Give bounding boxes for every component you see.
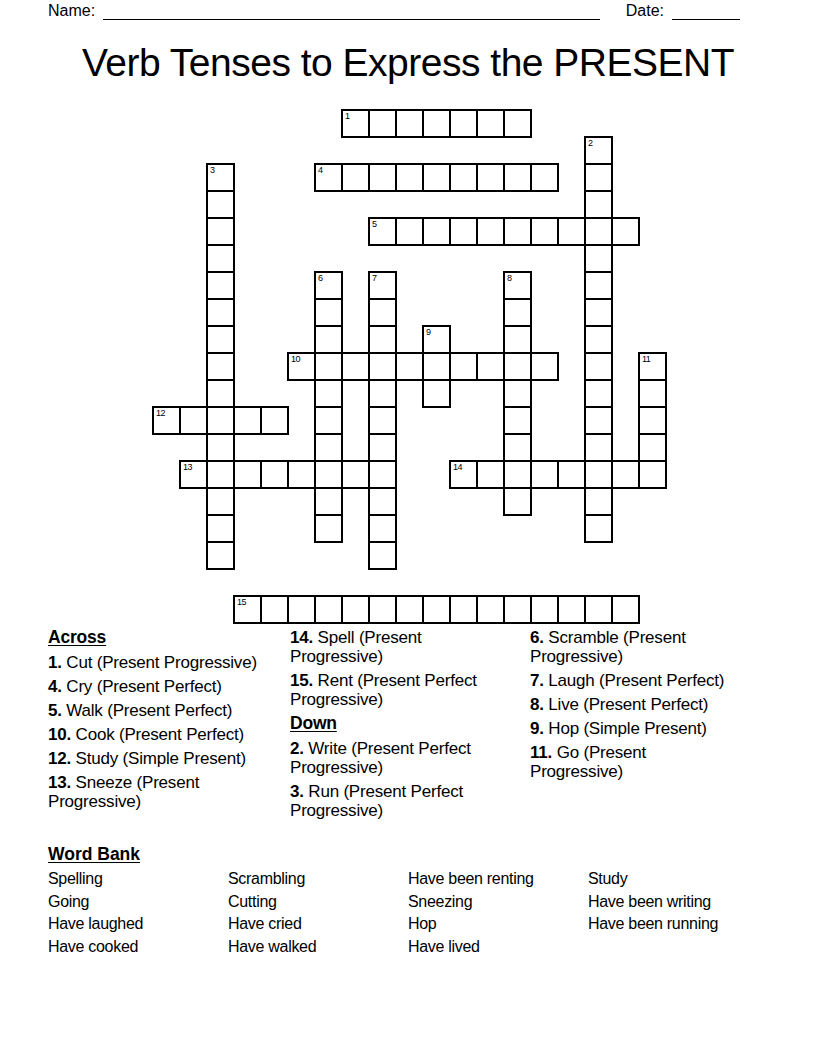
grid-cell[interactable] — [584, 325, 613, 354]
clue-down-7: 7. Laugh (Present Perfect) — [530, 671, 733, 690]
clue-number: 8 — [507, 274, 512, 283]
grid-cell[interactable] — [395, 109, 424, 138]
grid-cell[interactable] — [530, 595, 559, 624]
grid-cell[interactable] — [341, 460, 370, 489]
grid-cell[interactable] — [503, 109, 532, 138]
grid-cell[interactable] — [368, 379, 397, 408]
grid-cell[interactable] — [206, 460, 235, 489]
grid-cell[interactable] — [503, 379, 532, 408]
grid-cell[interactable] — [503, 460, 532, 489]
grid-cell[interactable]: 5 — [368, 217, 397, 246]
grid-cell[interactable] — [368, 433, 397, 462]
grid-cell[interactable] — [395, 217, 424, 246]
grid-cell[interactable] — [287, 595, 316, 624]
grid-cell[interactable] — [233, 460, 262, 489]
grid-cell[interactable] — [368, 109, 397, 138]
grid-cell[interactable] — [584, 514, 613, 543]
word-bank-word: Have cooked — [48, 936, 226, 959]
grid-cell[interactable] — [476, 109, 505, 138]
clue-across-14: 14. Spell (Present Progressive) — [290, 628, 508, 666]
grid-cell[interactable] — [584, 163, 613, 192]
grid-cell[interactable]: 12 — [152, 406, 181, 435]
grid-cell[interactable] — [314, 352, 343, 381]
grid-cell[interactable] — [368, 541, 397, 570]
grid-cell[interactable] — [395, 163, 424, 192]
grid-cell[interactable] — [206, 379, 235, 408]
grid-cell[interactable] — [314, 487, 343, 516]
worksheet-page: { "game": "crossword", "title": "Verb Te… — [0, 0, 816, 1056]
grid-cell[interactable] — [584, 595, 613, 624]
grid-cell[interactable] — [422, 352, 451, 381]
down-header: Down — [290, 714, 508, 733]
word-bank-header: Word Bank — [48, 844, 140, 865]
grid-cell[interactable]: 8 — [503, 271, 532, 300]
grid-cell[interactable] — [584, 487, 613, 516]
grid-cell[interactable] — [449, 595, 478, 624]
grid-cell[interactable] — [476, 352, 505, 381]
grid-cell[interactable] — [206, 271, 235, 300]
grid-cell[interactable] — [476, 595, 505, 624]
grid-cell[interactable] — [395, 352, 424, 381]
grid-cell[interactable]: 10 — [287, 352, 316, 381]
word-bank-word: Spelling — [48, 868, 226, 891]
grid-cell[interactable] — [368, 298, 397, 327]
grid-cell[interactable]: 4 — [314, 163, 343, 192]
grid-cell[interactable] — [557, 217, 586, 246]
grid-cell[interactable] — [584, 352, 613, 381]
grid-cell[interactable] — [395, 595, 424, 624]
clue-number: 3 — [210, 166, 215, 175]
grid-cell[interactable] — [260, 406, 289, 435]
clue-across-10: 10. Cook (Present Perfect) — [48, 725, 276, 744]
word-bank-word: Have laughed — [48, 913, 226, 936]
word-bank-word: Scrambling — [228, 868, 406, 891]
grid-cell[interactable]: 9 — [422, 325, 451, 354]
grid-cell[interactable] — [314, 460, 343, 489]
grid-cell[interactable] — [530, 163, 559, 192]
clue-number: 5 — [372, 220, 377, 229]
clue-down-2: 2. Write (Present Perfect Progressive) — [290, 739, 508, 777]
grid-cell[interactable] — [368, 514, 397, 543]
grid-cell[interactable] — [530, 352, 559, 381]
clue-number: 7 — [372, 274, 377, 283]
clue-down-9: 9. Hop (Simple Present) — [530, 719, 733, 738]
grid-cell[interactable] — [503, 325, 532, 354]
word-bank-word: Hop — [408, 913, 586, 936]
grid-cell[interactable] — [584, 217, 613, 246]
grid-cell[interactable] — [584, 244, 613, 273]
word-bank-word: Have been renting — [408, 868, 586, 891]
grid-cell[interactable] — [368, 325, 397, 354]
clue-number: 9 — [426, 328, 431, 337]
grid-cell[interactable] — [341, 163, 370, 192]
grid-cell[interactable] — [206, 352, 235, 381]
grid-cell[interactable] — [422, 109, 451, 138]
word-bank-word: Have lived — [408, 936, 586, 959]
grid-cell[interactable] — [260, 460, 289, 489]
grid-cell[interactable] — [368, 163, 397, 192]
grid-cell[interactable] — [530, 460, 559, 489]
grid-cell[interactable]: 7 — [368, 271, 397, 300]
date-label: Date: — [626, 1, 672, 20]
date-blank-line[interactable] — [672, 3, 740, 20]
word-bank-column-4: StudyHave been writingHave been running — [588, 868, 766, 936]
clue-across-15: 15. Rent (Present Perfect Progressive) — [290, 671, 508, 709]
grid-cell[interactable] — [503, 433, 532, 462]
word-bank-word: Have cried — [228, 913, 406, 936]
grid-cell[interactable] — [422, 163, 451, 192]
word-bank-word: Study — [588, 868, 766, 891]
clue-number: 2 — [588, 139, 593, 148]
grid-cell[interactable] — [476, 460, 505, 489]
grid-cell[interactable] — [206, 514, 235, 543]
grid-cell[interactable] — [584, 460, 613, 489]
clue-number: 4 — [318, 166, 323, 175]
grid-cell[interactable]: 15 — [233, 595, 262, 624]
grid-cell[interactable] — [584, 433, 613, 462]
grid-cell[interactable] — [503, 217, 532, 246]
grid-cell[interactable] — [368, 595, 397, 624]
grid-cell[interactable] — [503, 487, 532, 516]
grid-cell[interactable] — [530, 217, 559, 246]
word-bank-word: Going — [48, 891, 226, 914]
name-date-row: Name: Date: — [48, 1, 740, 20]
across-header: Across — [48, 628, 276, 647]
word-bank-word: Have been writing — [588, 891, 766, 914]
clue-column-1: Across1. Cut (Present Progressive)4. Cry… — [48, 628, 276, 816]
grid-cell[interactable] — [503, 352, 532, 381]
word-bank-word: Cutting — [228, 891, 406, 914]
clue-across-13: 13. Sneeze (Present Progressive) — [48, 773, 276, 811]
grid-cell[interactable] — [638, 379, 667, 408]
grid-cell[interactable] — [206, 244, 235, 273]
grid-cell[interactable] — [314, 514, 343, 543]
grid-cell[interactable] — [503, 595, 532, 624]
grid-cell[interactable]: 14 — [449, 460, 478, 489]
grid-cell[interactable]: 13 — [179, 460, 208, 489]
clue-across-12: 12. Study (Simple Present) — [48, 749, 276, 768]
clue-number: 13 — [183, 463, 192, 472]
grid-cell[interactable] — [422, 217, 451, 246]
word-bank-column-2: ScramblingCuttingHave criedHave walked — [228, 868, 406, 958]
clue-number: 11 — [642, 355, 650, 364]
grid-cell[interactable] — [476, 217, 505, 246]
grid-cell[interactable] — [179, 406, 208, 435]
grid-cell[interactable] — [449, 217, 478, 246]
crossword-grid: 123456789101112131415 — [152, 109, 667, 624]
word-bank-word: Have walked — [228, 936, 406, 959]
name-blank-line[interactable] — [103, 3, 600, 20]
grid-cell[interactable] — [368, 352, 397, 381]
grid-cell[interactable] — [368, 406, 397, 435]
clue-across-5: 5. Walk (Present Perfect) — [48, 701, 276, 720]
clue-across-1: 1. Cut (Present Progressive) — [48, 653, 276, 672]
grid-cell[interactable]: 11 — [638, 352, 667, 381]
grid-cell[interactable] — [557, 460, 586, 489]
grid-cell[interactable] — [341, 352, 370, 381]
clue-column-3: 6. Scramble (Present Progressive)7. Laug… — [530, 628, 733, 786]
grid-cell[interactable] — [206, 190, 235, 219]
clue-down-6: 6. Scramble (Present Progressive) — [530, 628, 733, 666]
grid-cell[interactable]: 6 — [314, 271, 343, 300]
grid-cell[interactable] — [557, 595, 586, 624]
grid-cell[interactable] — [206, 541, 235, 570]
grid-cell[interactable] — [584, 379, 613, 408]
grid-cell[interactable] — [611, 217, 640, 246]
clue-down-11: 11. Go (Present Progressive) — [530, 743, 733, 781]
grid-cell[interactable] — [584, 406, 613, 435]
clue-number: 1 — [345, 112, 350, 121]
grid-cell[interactable] — [638, 406, 667, 435]
grid-cell[interactable] — [584, 190, 613, 219]
grid-cell[interactable] — [476, 163, 505, 192]
grid-cell[interactable] — [233, 406, 262, 435]
grid-cell[interactable] — [422, 379, 451, 408]
grid-cell[interactable] — [449, 352, 478, 381]
grid-cell[interactable] — [341, 595, 370, 624]
grid-cell[interactable] — [287, 460, 316, 489]
grid-cell[interactable] — [611, 595, 640, 624]
grid-cell[interactable] — [314, 379, 343, 408]
word-bank-word: Sneezing — [408, 891, 586, 914]
grid-cell[interactable] — [206, 298, 235, 327]
grid-cell[interactable]: 1 — [341, 109, 370, 138]
clue-number: 6 — [318, 274, 323, 283]
grid-cell[interactable]: 3 — [206, 163, 235, 192]
word-bank-column-3: Have been rentingSneezingHopHave lived — [408, 868, 586, 958]
grid-cell[interactable] — [449, 109, 478, 138]
clue-column-2: 14. Spell (Present Progressive)15. Rent … — [290, 628, 508, 825]
grid-cell[interactable] — [584, 298, 613, 327]
grid-cell[interactable] — [368, 460, 397, 489]
grid-cell[interactable] — [368, 487, 397, 516]
page-title: Verb Tenses to Express the PRESENT — [0, 41, 816, 85]
grid-cell[interactable] — [206, 433, 235, 462]
clue-number: 15 — [237, 598, 246, 607]
grid-cell[interactable] — [503, 298, 532, 327]
word-bank-column-1: SpellingGoingHave laughedHave cooked — [48, 868, 226, 958]
grid-cell[interactable] — [449, 163, 478, 192]
name-label: Name: — [48, 1, 103, 20]
grid-cell[interactable] — [206, 325, 235, 354]
grid-cell[interactable] — [206, 217, 235, 246]
grid-cell[interactable] — [314, 406, 343, 435]
grid-cell[interactable] — [422, 595, 451, 624]
grid-cell[interactable] — [206, 406, 235, 435]
grid-cell[interactable] — [206, 487, 235, 516]
clue-number: 14 — [453, 463, 462, 472]
grid-cell[interactable] — [611, 460, 640, 489]
clue-number: 12 — [156, 409, 165, 418]
grid-cell[interactable] — [638, 460, 667, 489]
grid-cell[interactable] — [638, 433, 667, 462]
word-bank-word: Have been running — [588, 913, 766, 936]
clue-number: 10 — [291, 355, 300, 364]
grid-cell[interactable] — [584, 271, 613, 300]
grid-cell[interactable] — [503, 406, 532, 435]
clue-down-8: 8. Live (Present Perfect) — [530, 695, 733, 714]
grid-cell[interactable] — [314, 595, 343, 624]
clue-down-3: 3. Run (Present Perfect Progressive) — [290, 782, 508, 820]
grid-cell[interactable] — [260, 595, 289, 624]
grid-cell[interactable]: 2 — [584, 136, 613, 165]
grid-cell[interactable] — [314, 433, 343, 462]
grid-cell[interactable] — [314, 298, 343, 327]
clue-across-4: 4. Cry (Present Perfect) — [48, 677, 276, 696]
grid-cell[interactable] — [314, 325, 343, 354]
grid-cell[interactable] — [503, 163, 532, 192]
